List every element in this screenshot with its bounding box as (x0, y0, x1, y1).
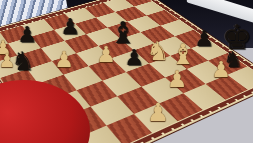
tournament-chess-photo: ♟♟♝♟♚♞♟♞♟♟♞♝♟♟♟♟♟ (0, 0, 253, 143)
